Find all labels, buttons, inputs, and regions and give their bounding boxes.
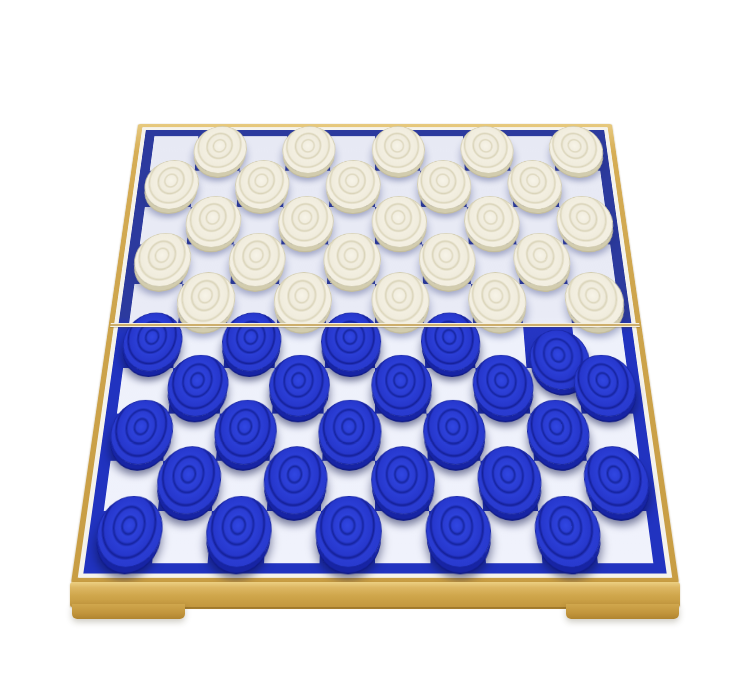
square-dark[interactable]: ✿ [510,171,559,207]
square-dark[interactable]: ✿ [327,245,375,284]
square-dark[interactable]: ✿ [422,245,471,284]
square-dark[interactable]: ✿ [538,511,598,564]
white-piece[interactable] [459,126,515,173]
square-light [483,511,542,564]
square-dark[interactable]: ✿ [481,461,538,511]
blue-piece[interactable] [371,446,436,514]
case-foot-right [566,604,679,619]
square-dark[interactable]: ✿ [329,171,375,207]
square-dark[interactable]: ✿ [216,413,271,460]
square-dark[interactable]: ✿ [224,325,277,368]
square-dark[interactable]: ✿ [471,284,522,325]
square-dark[interactable]: ✿ [237,171,285,207]
square-dark[interactable]: ✿ [272,368,325,413]
blue-piece[interactable] [320,313,380,372]
square-dark[interactable]: ✿ [375,284,424,325]
square-light [264,511,321,564]
white-piece[interactable] [323,233,381,287]
square-dark[interactable]: ✿ [567,284,621,325]
square-dark[interactable]: ✿ [587,461,647,511]
square-dark[interactable]: ✿ [530,413,587,460]
square-light [375,511,431,564]
square-dark[interactable]: ✿ [577,368,634,413]
case-foot-left [72,604,185,619]
square-dark[interactable]: ✿ [429,511,486,564]
square-dark[interactable]: ✿ [427,413,481,460]
square-dark[interactable]: ✿ [523,325,577,368]
square-dark[interactable]: ✿ [463,136,510,171]
white-piece[interactable] [371,196,427,247]
square-dark[interactable]: ✿ [195,136,243,171]
square-dark[interactable]: ✿ [319,511,375,564]
square-dark[interactable]: ✿ [516,245,567,284]
square-dark[interactable]: ✿ [476,368,530,413]
white-piece[interactable] [371,272,430,328]
blue-piece[interactable] [371,355,433,417]
square-dark[interactable]: ✿ [231,245,281,284]
square-light [519,284,572,325]
square-dark[interactable]: ✿ [375,207,422,245]
square-dark[interactable]: ✿ [375,461,429,511]
board-field: ✿✿✿✿✿✿✿✿✿✿✿✿✿✿✿✿✿✿✿✿✿✿✿✿✿✿✿✿✿✿✿✿✿✿✿✿✿✿✿✿… [97,136,654,563]
board-border-stripe: ✿✿✿✿✿✿✿✿✿✿✿✿✿✿✿✿✿✿✿✿✿✿✿✿✿✿✿✿✿✿✿✿✿✿✿✿✿✿✿✿… [83,130,666,574]
square-dark[interactable]: ✿ [97,511,158,564]
square-dark[interactable]: ✿ [178,284,231,325]
white-piece[interactable] [281,126,336,173]
square-dark[interactable]: ✿ [285,136,331,171]
product-photo-stage: ✿✿✿✿✿✿✿✿✿✿✿✿✿✿✿✿✿✿✿✿✿✿✿✿✿✿✿✿✿✿✿✿✿✿✿✿✿✿✿✿… [0,0,750,700]
square-dark[interactable]: ✿ [134,245,186,284]
square-dark[interactable]: ✿ [187,207,237,245]
square-dark[interactable]: ✿ [111,413,169,460]
square-dark[interactable]: ✿ [467,207,516,245]
checkers-board: ✿✿✿✿✿✿✿✿✿✿✿✿✿✿✿✿✿✿✿✿✿✿✿✿✿✿✿✿✿✿✿✿✿✿✿✿✿✿✿✿… [71,124,679,583]
board-margin: ✿✿✿✿✿✿✿✿✿✿✿✿✿✿✿✿✿✿✿✿✿✿✿✿✿✿✿✿✿✿✿✿✿✿✿✿✿✿✿✿… [78,127,673,578]
white-piece[interactable] [554,196,616,247]
white-piece[interactable] [371,126,425,173]
blue-piece[interactable] [267,355,330,417]
square-dark[interactable]: ✿ [551,136,600,171]
square-dark[interactable]: ✿ [322,413,375,460]
white-piece[interactable] [325,160,380,209]
square-dark[interactable]: ✿ [559,207,610,245]
blue-piece[interactable] [262,446,329,514]
square-dark[interactable]: ✿ [281,207,329,245]
square-light [592,511,653,564]
square-dark[interactable]: ✿ [375,136,420,171]
square-dark[interactable]: ✿ [267,461,323,511]
square-dark[interactable]: ✿ [277,284,327,325]
board-perspective-wrap: ✿✿✿✿✿✿✿✿✿✿✿✿✿✿✿✿✿✿✿✿✿✿✿✿✿✿✿✿✿✿✿✿✿✿✿✿✿✿✿✿… [71,124,679,583]
square-dark[interactable]: ✿ [145,171,195,207]
blue-piece[interactable] [571,355,639,417]
blue-piece[interactable] [581,446,653,514]
square-dark[interactable]: ✿ [375,368,427,413]
blue-piece[interactable] [315,496,382,568]
white-piece[interactable] [547,126,606,173]
square-dark[interactable]: ✿ [424,325,476,368]
square-dark[interactable]: ✿ [420,171,467,207]
square-dark[interactable]: ✿ [169,368,224,413]
blue-piece[interactable] [318,400,381,465]
white-piece[interactable] [277,196,335,247]
square-dark[interactable]: ✿ [325,325,375,368]
hinge-seam [110,323,640,327]
square-dark[interactable]: ✿ [158,461,216,511]
white-piece[interactable] [562,272,627,328]
square-dark[interactable]: ✿ [123,325,178,368]
square-dark[interactable]: ✿ [208,511,267,564]
white-piece[interactable] [272,272,332,328]
